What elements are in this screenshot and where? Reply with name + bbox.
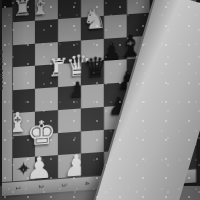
square-b3[interactable] <box>58 17 81 41</box>
square-a3[interactable] <box>58 0 81 19</box>
square-b1[interactable] <box>12 20 35 44</box>
us-chess-logo-icon: ✪ <box>0 50 4 55</box>
square-d2[interactable]: ♜ <box>35 64 58 88</box>
square-e2[interactable] <box>35 87 58 111</box>
white-king-g2[interactable]: ♚ <box>27 115 57 150</box>
white-bishop-a2[interactable]: ♝ <box>31 0 51 19</box>
square-d1[interactable] <box>12 66 35 90</box>
square-a2[interactable]: ♝ <box>35 0 58 20</box>
square-e3[interactable]: ♟ <box>58 85 81 109</box>
rank-label-2: 2 <box>38 184 45 190</box>
rank-label-1: 1 <box>15 185 22 191</box>
white-rook-a1[interactable]: ♜ <box>13 0 33 20</box>
board-left-border: ✪ US CHESS <box>2 7 13 194</box>
brand-label: US CHESS <box>0 57 4 91</box>
square-e4[interactable] <box>81 84 104 108</box>
rank-label-3: 3 <box>61 182 68 188</box>
square-b2[interactable] <box>35 19 58 43</box>
photo-scene: ✪ US CHESS ♜♝♞♟♝♜♛♛♟♟♝♟♚♚♟✦✦•♟♟ 12345678 <box>0 0 200 200</box>
compass-center-dot: • <box>22 166 25 172</box>
board-brand-text: ✪ US CHESS <box>0 50 4 91</box>
square-f4[interactable] <box>81 107 104 131</box>
square-h2[interactable]: ♟ <box>35 155 58 179</box>
square-h4[interactable] <box>81 152 104 176</box>
rank-label-4: 4 <box>84 180 91 186</box>
square-c1[interactable] <box>12 43 35 67</box>
square-h3[interactable]: ♟ <box>58 154 81 178</box>
square-b4[interactable]: ♞ <box>81 16 104 40</box>
square-f3[interactable] <box>58 108 81 132</box>
